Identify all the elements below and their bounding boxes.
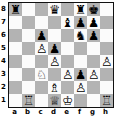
white-piece-R: ♖	[101, 94, 112, 107]
white-piece-P: ♙	[88, 68, 99, 81]
square-e2[interactable]	[61, 81, 74, 94]
square-h8[interactable]	[100, 3, 113, 16]
black-piece-n: ♞	[75, 29, 86, 42]
square-h2[interactable]	[100, 81, 113, 94]
black-piece-r: ♜	[10, 3, 21, 16]
file-label-d: d	[47, 107, 60, 117]
rank-label-3: 3	[0, 67, 7, 80]
square-f7[interactable]: ♟	[74, 16, 87, 29]
square-b8[interactable]	[22, 3, 35, 16]
black-piece-b: ♝	[62, 16, 73, 29]
square-a7[interactable]	[9, 16, 22, 29]
square-a4[interactable]	[9, 55, 22, 68]
square-g8[interactable]: ♚	[87, 3, 100, 16]
square-f4[interactable]	[74, 55, 87, 68]
square-f8[interactable]: ♜	[74, 3, 87, 16]
chess-diagram: 87654321 ♜♛♜♚♝♟♟♟♞♟♙♟♙♙♘♙♟♙♗♙♖♕♔♖ abcdef…	[0, 0, 118, 118]
square-f6[interactable]: ♞	[74, 29, 87, 42]
rank-label-4: 4	[0, 54, 7, 67]
square-f5[interactable]	[74, 42, 87, 55]
square-c7[interactable]	[35, 16, 48, 29]
square-b3[interactable]	[22, 68, 35, 81]
rank-labels: 87654321	[0, 2, 7, 106]
white-piece-B: ♗	[49, 81, 60, 94]
black-piece-p: ♟	[88, 29, 99, 42]
black-piece-p: ♟	[36, 29, 47, 42]
file-label-c: c	[34, 107, 47, 117]
rank-label-8: 8	[0, 2, 7, 15]
white-piece-K: ♔	[62, 94, 73, 107]
square-h6[interactable]	[100, 29, 113, 42]
white-piece-R: ♖	[23, 94, 34, 107]
square-d5[interactable]: ♟	[48, 42, 61, 55]
square-g5[interactable]	[87, 42, 100, 55]
black-piece-p: ♟	[75, 68, 86, 81]
square-b7[interactable]	[22, 16, 35, 29]
white-piece-P: ♙	[36, 42, 47, 55]
square-b5[interactable]	[22, 42, 35, 55]
square-e6[interactable]	[61, 29, 74, 42]
square-c4[interactable]	[35, 55, 48, 68]
square-c1[interactable]	[35, 94, 48, 107]
square-c3[interactable]: ♘	[35, 68, 48, 81]
file-label-e: e	[60, 107, 73, 117]
square-h1[interactable]: ♖	[100, 94, 113, 107]
file-labels: abcdefgh	[8, 107, 112, 117]
chess-board: ♜♛♜♚♝♟♟♟♞♟♙♟♙♙♘♙♟♙♗♙♖♕♔♖	[8, 2, 114, 108]
square-g7[interactable]: ♟	[87, 16, 100, 29]
rank-label-2: 2	[0, 80, 7, 93]
rank-label-6: 6	[0, 28, 7, 41]
square-a1[interactable]	[9, 94, 22, 107]
white-piece-N: ♘	[36, 68, 47, 81]
white-piece-P: ♙	[75, 81, 86, 94]
square-d2[interactable]: ♗	[48, 81, 61, 94]
square-b2[interactable]	[22, 81, 35, 94]
rank-label-7: 7	[0, 15, 7, 28]
black-piece-q: ♛	[49, 3, 60, 16]
square-g1[interactable]	[87, 94, 100, 107]
black-piece-r: ♜	[75, 3, 86, 16]
square-c2[interactable]	[35, 81, 48, 94]
black-piece-p: ♟	[49, 42, 60, 55]
square-b6[interactable]	[22, 29, 35, 42]
file-label-h: h	[99, 107, 112, 117]
square-f1[interactable]	[74, 94, 87, 107]
square-d1[interactable]: ♕	[48, 94, 61, 107]
rank-label-1: 1	[0, 93, 7, 106]
square-f3[interactable]: ♟	[74, 68, 87, 81]
square-a3[interactable]	[9, 68, 22, 81]
square-d7[interactable]	[48, 16, 61, 29]
square-e7[interactable]: ♝	[61, 16, 74, 29]
square-g6[interactable]: ♟	[87, 29, 100, 42]
square-b4[interactable]	[22, 55, 35, 68]
square-h3[interactable]	[100, 68, 113, 81]
white-piece-P: ♙	[101, 55, 112, 68]
file-label-g: g	[86, 107, 99, 117]
square-c8[interactable]	[35, 3, 48, 16]
square-c6[interactable]: ♟	[35, 29, 48, 42]
square-f2[interactable]: ♙	[74, 81, 87, 94]
square-g4[interactable]	[87, 55, 100, 68]
file-label-b: b	[21, 107, 34, 117]
square-e1[interactable]: ♔	[61, 94, 74, 107]
black-piece-p: ♟	[75, 16, 86, 29]
rank-label-5: 5	[0, 41, 7, 54]
square-a5[interactable]	[9, 42, 22, 55]
square-d3[interactable]	[48, 68, 61, 81]
square-d8[interactable]: ♛	[48, 3, 61, 16]
square-c5[interactable]: ♙	[35, 42, 48, 55]
white-piece-Q: ♕	[49, 94, 60, 107]
square-d4[interactable]: ♙	[48, 55, 61, 68]
square-a8[interactable]: ♜	[9, 3, 22, 16]
white-piece-P: ♙	[49, 55, 60, 68]
square-e4[interactable]	[61, 55, 74, 68]
square-b1[interactable]: ♖	[22, 94, 35, 107]
file-label-f: f	[73, 107, 86, 117]
square-h5[interactable]	[100, 42, 113, 55]
file-label-a: a	[8, 107, 21, 117]
white-piece-P: ♙	[62, 68, 73, 81]
square-g3[interactable]: ♙	[87, 68, 100, 81]
square-e8[interactable]	[61, 3, 74, 16]
square-a2[interactable]	[9, 81, 22, 94]
black-piece-k: ♚	[88, 3, 99, 16]
square-h7[interactable]	[100, 16, 113, 29]
square-e5[interactable]	[61, 42, 74, 55]
square-g2[interactable]	[87, 81, 100, 94]
black-piece-p: ♟	[88, 16, 99, 29]
square-h4[interactable]: ♙	[100, 55, 113, 68]
square-e3[interactable]: ♙	[61, 68, 74, 81]
square-a6[interactable]	[9, 29, 22, 42]
square-d6[interactable]	[48, 29, 61, 42]
